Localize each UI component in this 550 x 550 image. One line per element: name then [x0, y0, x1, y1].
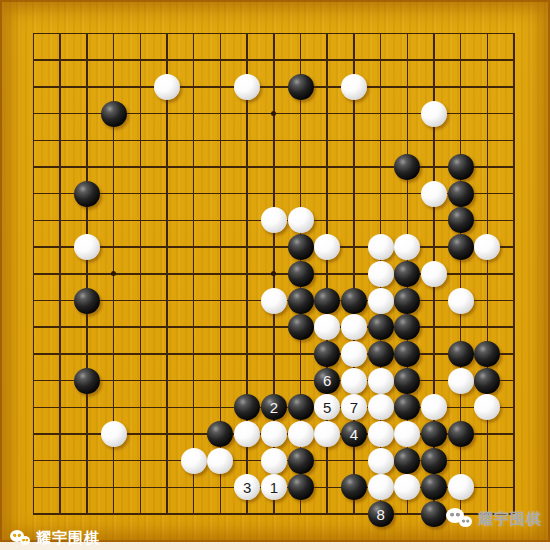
black-stone	[368, 341, 394, 367]
black-stone-move-4: 4	[341, 421, 367, 447]
watermark-corner-text: 耀宇围棋	[36, 529, 100, 548]
wechat-icon	[446, 507, 474, 531]
black-stone	[448, 234, 474, 260]
black-stone	[288, 474, 314, 500]
white-stone	[474, 394, 500, 420]
black-stone	[314, 341, 340, 367]
black-stone	[421, 421, 447, 447]
white-stone	[368, 394, 394, 420]
black-stone	[394, 368, 420, 394]
white-stone	[341, 341, 367, 367]
black-stone	[394, 341, 420, 367]
grid-line	[33, 326, 515, 328]
white-stone	[368, 368, 394, 394]
grid-line	[487, 33, 489, 515]
white-stone	[288, 207, 314, 233]
goban: 62574318 耀宇围棋	[0, 0, 550, 542]
black-stone-move-6: 6	[314, 368, 340, 394]
black-stone-move-2: 2	[261, 394, 287, 420]
white-stone	[368, 421, 394, 447]
black-stone	[394, 314, 420, 340]
white-stone	[394, 421, 420, 447]
black-stone	[288, 261, 314, 287]
white-stone	[314, 234, 340, 260]
black-stone	[341, 474, 367, 500]
grid-line	[513, 33, 515, 515]
black-stone	[474, 341, 500, 367]
white-stone	[207, 448, 233, 474]
black-stone	[74, 181, 100, 207]
watermark-board: 耀宇围棋	[446, 507, 542, 531]
black-stone	[448, 207, 474, 233]
black-stone	[394, 261, 420, 287]
black-stone	[448, 154, 474, 180]
white-stone	[421, 101, 447, 127]
star-point	[111, 271, 116, 276]
white-stone	[421, 261, 447, 287]
black-stone	[101, 101, 127, 127]
black-stone	[288, 314, 314, 340]
black-stone	[448, 421, 474, 447]
black-stone	[448, 181, 474, 207]
white-stone-move-3: 3	[234, 474, 260, 500]
watermark-board-text: 耀宇围棋	[478, 510, 542, 529]
star-point	[271, 271, 276, 276]
white-stone	[448, 474, 474, 500]
white-stone	[368, 234, 394, 260]
white-stone	[261, 448, 287, 474]
white-stone	[368, 448, 394, 474]
wechat-icon	[10, 529, 32, 548]
grid-line	[33, 353, 515, 355]
black-stone	[288, 288, 314, 314]
white-stone-move-5: 5	[314, 394, 340, 420]
white-stone	[181, 448, 207, 474]
watermark-corner: 耀宇围棋	[10, 529, 100, 548]
white-stone-move-7: 7	[341, 394, 367, 420]
black-stone	[448, 341, 474, 367]
black-stone	[421, 448, 447, 474]
white-stone-move-1: 1	[261, 474, 287, 500]
white-stone	[368, 261, 394, 287]
black-stone	[74, 288, 100, 314]
star-point	[271, 111, 276, 116]
white-stone	[154, 74, 180, 100]
black-stone	[394, 154, 420, 180]
black-stone	[394, 448, 420, 474]
white-stone	[341, 368, 367, 394]
black-stone	[341, 288, 367, 314]
white-stone	[101, 421, 127, 447]
black-stone-move-8: 8	[368, 501, 394, 527]
black-stone	[288, 394, 314, 420]
white-stone	[261, 207, 287, 233]
black-stone	[288, 234, 314, 260]
white-stone	[234, 421, 260, 447]
white-stone	[314, 421, 340, 447]
white-stone	[474, 234, 500, 260]
black-stone	[421, 501, 447, 527]
white-stone	[74, 234, 100, 260]
black-stone	[74, 368, 100, 394]
black-stone	[288, 74, 314, 100]
white-stone	[288, 421, 314, 447]
white-stone	[448, 368, 474, 394]
white-stone	[394, 234, 420, 260]
white-stone	[421, 181, 447, 207]
white-stone	[261, 421, 287, 447]
white-stone	[314, 314, 340, 340]
white-stone	[261, 288, 287, 314]
black-stone	[421, 474, 447, 500]
white-stone	[448, 288, 474, 314]
black-stone	[288, 448, 314, 474]
black-stone	[368, 314, 394, 340]
white-stone	[341, 74, 367, 100]
white-stone	[341, 314, 367, 340]
black-stone	[474, 368, 500, 394]
grid-line	[33, 380, 515, 382]
white-stone	[368, 288, 394, 314]
white-stone	[421, 394, 447, 420]
black-stone	[394, 394, 420, 420]
white-stone	[368, 474, 394, 500]
white-stone	[234, 74, 260, 100]
black-stone	[207, 421, 233, 447]
black-stone	[314, 288, 340, 314]
black-stone	[394, 288, 420, 314]
white-stone	[394, 474, 420, 500]
black-stone	[234, 394, 260, 420]
